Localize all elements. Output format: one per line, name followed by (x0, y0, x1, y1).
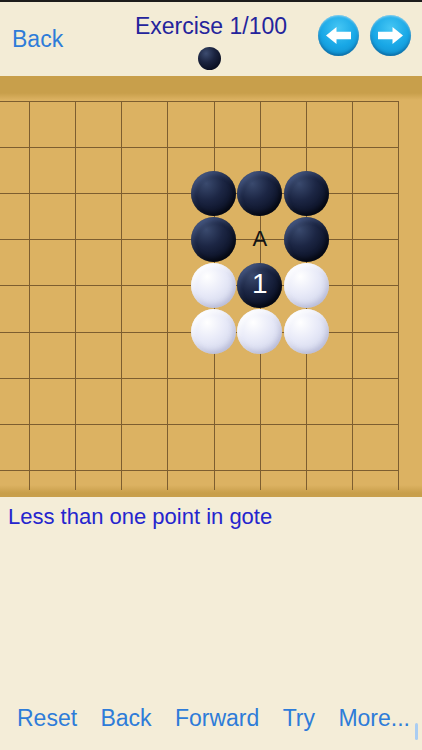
grid-line-vertical (398, 101, 399, 490)
black-stone-icon (198, 47, 221, 70)
reset-button[interactable]: Reset (17, 704, 77, 732)
scroll-indicator[interactable] (415, 723, 418, 740)
move-number-label: 1 (252, 270, 268, 298)
white-stone (284, 263, 329, 308)
grid-line-horizontal (0, 101, 399, 102)
previous-exercise-button[interactable] (318, 15, 359, 56)
black-stone (237, 171, 282, 216)
black-stone-move-1: 1 (237, 263, 282, 308)
forward-button[interactable]: Forward (175, 704, 259, 732)
grid-line-horizontal (0, 470, 399, 471)
white-stone (237, 309, 282, 354)
go-board[interactable]: 1A (0, 76, 422, 497)
grid-line-vertical (121, 101, 122, 490)
next-exercise-button[interactable] (370, 15, 411, 56)
black-stone (191, 171, 236, 216)
exercise-message: Less than one point in gote (8, 503, 414, 531)
try-button[interactable]: Try (283, 704, 315, 732)
bottom-toolbar: Reset Back Forward Try More... (0, 703, 422, 733)
point-label-A: A (252, 228, 267, 250)
grid-line-vertical (29, 101, 30, 490)
black-stone (191, 217, 236, 262)
grid-line-horizontal (0, 424, 399, 425)
right-arrow-icon (378, 27, 403, 44)
undo-back-button[interactable]: Back (100, 704, 151, 732)
grid-line-vertical (352, 101, 353, 490)
grid-line-horizontal (0, 147, 399, 148)
white-stone (191, 309, 236, 354)
more-button[interactable]: More... (338, 704, 410, 732)
black-stone (284, 171, 329, 216)
white-stone (191, 263, 236, 308)
header-bar: Back Exercise 1/100 (0, 2, 422, 76)
grid-line-vertical (75, 101, 76, 490)
grid-line-vertical (167, 101, 168, 490)
black-stone (284, 217, 329, 262)
left-arrow-icon (326, 27, 351, 44)
grid-line-horizontal (0, 378, 399, 379)
white-stone (284, 309, 329, 354)
app-screen: Back Exercise 1/100 1A Less than one poi… (0, 0, 422, 750)
